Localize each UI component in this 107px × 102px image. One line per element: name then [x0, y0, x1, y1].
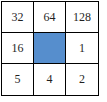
cell-r0c0[interactable]: 32 — [2, 2, 34, 33]
cell-r2c1[interactable]: 4 — [34, 64, 66, 95]
puzzle-canvas: 32 64 128 16 1 5 4 2 — [0, 0, 107, 102]
cell-r0c2[interactable]: 128 — [66, 2, 98, 33]
cell-r1c1-highlighted[interactable] — [34, 33, 66, 64]
cell-r2c0[interactable]: 5 — [2, 64, 34, 95]
cell-r1c0[interactable]: 16 — [2, 33, 34, 64]
cell-r0c1[interactable]: 64 — [34, 2, 66, 33]
cell-r2c2[interactable]: 2 — [66, 64, 98, 95]
number-grid: 32 64 128 16 1 5 4 2 — [1, 1, 99, 96]
cell-r1c2[interactable]: 1 — [66, 33, 98, 64]
